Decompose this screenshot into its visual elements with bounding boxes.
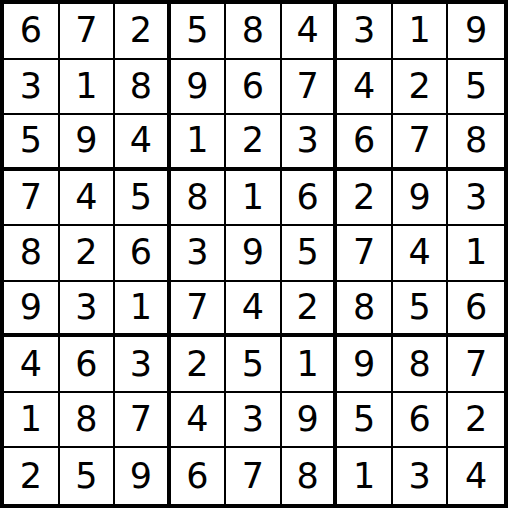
cell-r8c8[interactable]: 6 — [393, 393, 449, 449]
cell-r3c2[interactable]: 9 — [60, 115, 116, 171]
cell-r5c5[interactable]: 9 — [226, 226, 282, 282]
cell-r9c4[interactable]: 6 — [171, 448, 227, 504]
cell-r6c1[interactable]: 9 — [4, 282, 60, 338]
cell-r2c2[interactable]: 1 — [60, 60, 116, 116]
cell-r4c1[interactable]: 7 — [4, 171, 60, 227]
cell-r3c4[interactable]: 1 — [171, 115, 227, 171]
cell-r7c7[interactable]: 9 — [337, 337, 393, 393]
cell-r5c4[interactable]: 3 — [171, 226, 227, 282]
cell-r8c5[interactable]: 3 — [226, 393, 282, 449]
cell-r3c6[interactable]: 3 — [282, 115, 338, 171]
cell-r6c4[interactable]: 7 — [171, 282, 227, 338]
cell-r6c2[interactable]: 3 — [60, 282, 116, 338]
cell-r4c9[interactable]: 3 — [448, 171, 504, 227]
cell-r3c5[interactable]: 2 — [226, 115, 282, 171]
cell-r6c8[interactable]: 5 — [393, 282, 449, 338]
cell-r3c9[interactable]: 8 — [448, 115, 504, 171]
cell-r2c3[interactable]: 8 — [115, 60, 171, 116]
cell-r5c2[interactable]: 2 — [60, 226, 116, 282]
cell-r1c1[interactable]: 6 — [4, 4, 60, 60]
cell-r9c7[interactable]: 1 — [337, 448, 393, 504]
sudoku-board: 6725843193189674255941236787458162938263… — [0, 0, 508, 508]
cell-r7c2[interactable]: 6 — [60, 337, 116, 393]
cell-r9c8[interactable]: 3 — [393, 448, 449, 504]
cell-r9c9[interactable]: 4 — [448, 448, 504, 504]
cell-r6c3[interactable]: 1 — [115, 282, 171, 338]
cell-r7c3[interactable]: 3 — [115, 337, 171, 393]
cell-r3c8[interactable]: 7 — [393, 115, 449, 171]
cell-r4c2[interactable]: 4 — [60, 171, 116, 227]
cell-r2c9[interactable]: 5 — [448, 60, 504, 116]
cell-r6c6[interactable]: 2 — [282, 282, 338, 338]
cell-r9c2[interactable]: 5 — [60, 448, 116, 504]
cell-r2c6[interactable]: 7 — [282, 60, 338, 116]
cell-r2c8[interactable]: 2 — [393, 60, 449, 116]
cell-r9c6[interactable]: 8 — [282, 448, 338, 504]
cell-r9c3[interactable]: 9 — [115, 448, 171, 504]
cell-r2c4[interactable]: 9 — [171, 60, 227, 116]
cell-r7c1[interactable]: 4 — [4, 337, 60, 393]
cell-r2c7[interactable]: 4 — [337, 60, 393, 116]
cell-r6c9[interactable]: 6 — [448, 282, 504, 338]
cell-r7c8[interactable]: 8 — [393, 337, 449, 393]
cell-r1c5[interactable]: 8 — [226, 4, 282, 60]
cell-r8c3[interactable]: 7 — [115, 393, 171, 449]
cell-r2c5[interactable]: 6 — [226, 60, 282, 116]
cell-r1c4[interactable]: 5 — [171, 4, 227, 60]
cell-r5c1[interactable]: 8 — [4, 226, 60, 282]
cell-r5c9[interactable]: 1 — [448, 226, 504, 282]
cell-r4c8[interactable]: 9 — [393, 171, 449, 227]
cell-r5c6[interactable]: 5 — [282, 226, 338, 282]
cell-r5c8[interactable]: 4 — [393, 226, 449, 282]
cell-r3c1[interactable]: 5 — [4, 115, 60, 171]
cell-r7c4[interactable]: 2 — [171, 337, 227, 393]
cell-r4c5[interactable]: 1 — [226, 171, 282, 227]
cell-r8c6[interactable]: 9 — [282, 393, 338, 449]
cell-r7c9[interactable]: 7 — [448, 337, 504, 393]
cell-r4c7[interactable]: 2 — [337, 171, 393, 227]
cell-r1c7[interactable]: 3 — [337, 4, 393, 60]
cell-r9c5[interactable]: 7 — [226, 448, 282, 504]
cell-r7c6[interactable]: 1 — [282, 337, 338, 393]
cell-r3c3[interactable]: 4 — [115, 115, 171, 171]
cell-r6c7[interactable]: 8 — [337, 282, 393, 338]
cell-r8c4[interactable]: 4 — [171, 393, 227, 449]
cell-r1c9[interactable]: 9 — [448, 4, 504, 60]
cell-r1c2[interactable]: 7 — [60, 4, 116, 60]
cell-r3c7[interactable]: 6 — [337, 115, 393, 171]
cell-r8c1[interactable]: 1 — [4, 393, 60, 449]
cell-r5c3[interactable]: 6 — [115, 226, 171, 282]
cell-r1c3[interactable]: 2 — [115, 4, 171, 60]
cell-r1c6[interactable]: 4 — [282, 4, 338, 60]
cell-r8c2[interactable]: 8 — [60, 393, 116, 449]
cell-r8c9[interactable]: 2 — [448, 393, 504, 449]
cell-r6c5[interactable]: 4 — [226, 282, 282, 338]
cell-r5c7[interactable]: 7 — [337, 226, 393, 282]
cell-r8c7[interactable]: 5 — [337, 393, 393, 449]
cell-r9c1[interactable]: 2 — [4, 448, 60, 504]
cell-r4c3[interactable]: 5 — [115, 171, 171, 227]
cell-r2c1[interactable]: 3 — [4, 60, 60, 116]
cell-r4c6[interactable]: 6 — [282, 171, 338, 227]
cell-r4c4[interactable]: 8 — [171, 171, 227, 227]
cell-r1c8[interactable]: 1 — [393, 4, 449, 60]
cell-r7c5[interactable]: 5 — [226, 337, 282, 393]
